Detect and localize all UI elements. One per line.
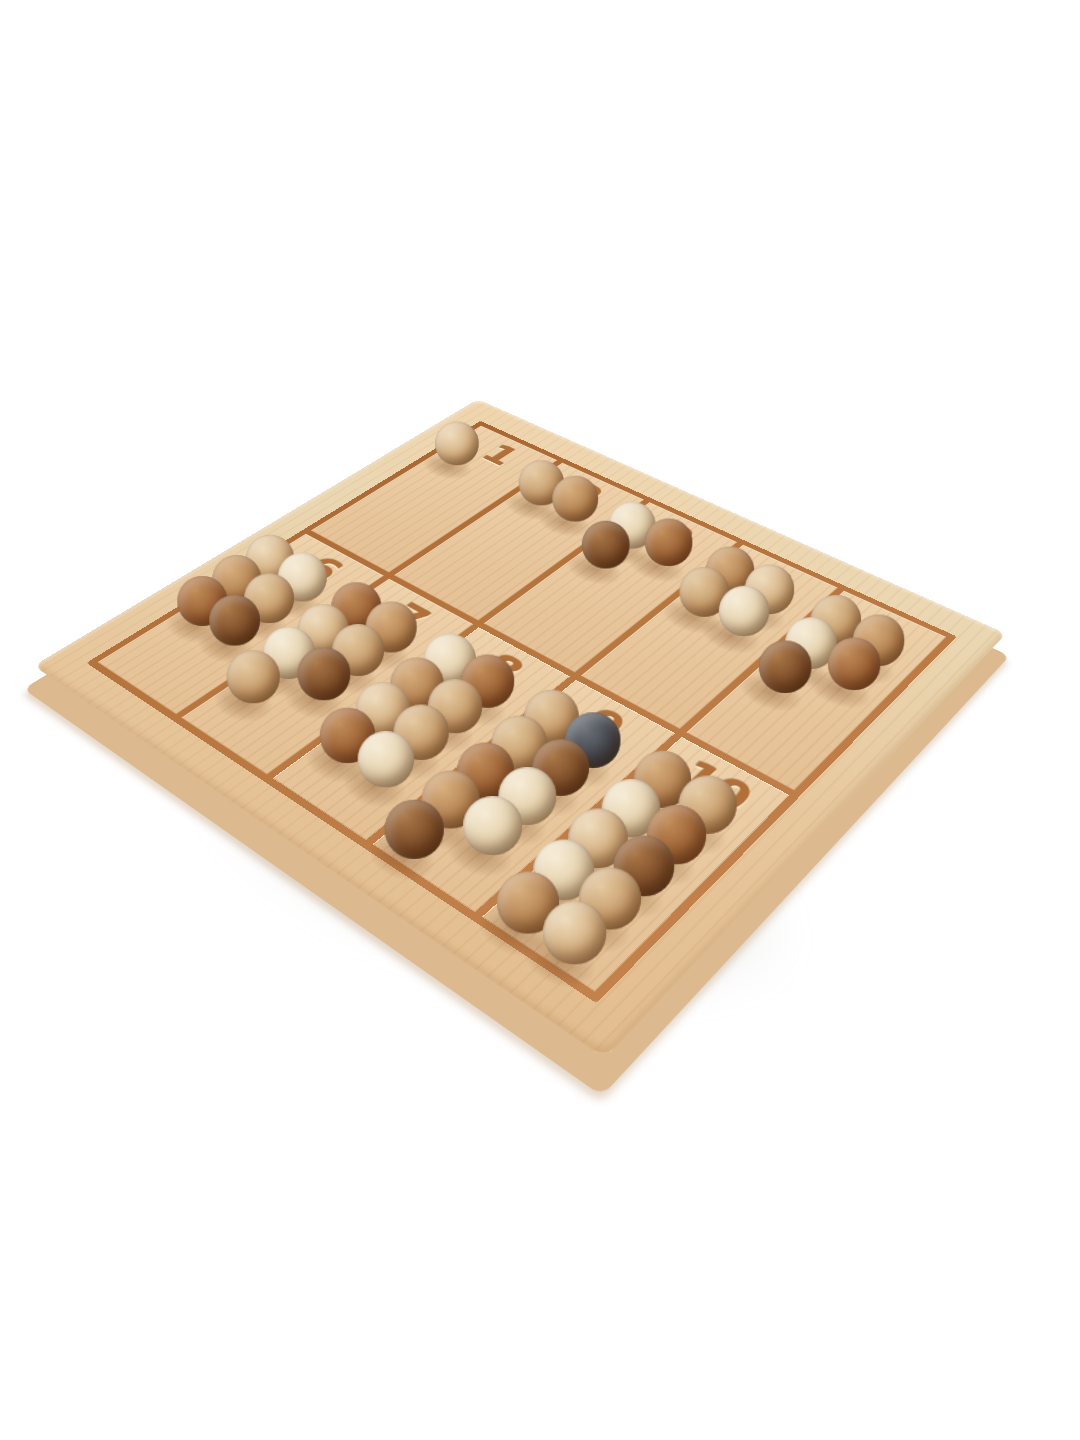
product-photo-scene: 12345678910 — [0, 0, 1080, 1440]
ball-sphere — [759, 640, 812, 693]
ball-sphere — [582, 521, 630, 569]
ball-sphere — [385, 800, 444, 859]
ball-sphere — [828, 638, 881, 691]
ball-sphere — [645, 518, 693, 566]
ball-sphere — [435, 422, 479, 466]
ball-sphere — [719, 586, 770, 637]
ball-sphere — [358, 731, 415, 788]
ball-sphere — [552, 476, 598, 522]
ball-sphere — [209, 595, 260, 646]
ball-sphere — [297, 647, 350, 700]
ball-sphere — [463, 796, 522, 855]
ball-sphere — [543, 901, 607, 965]
ball-sphere — [227, 650, 280, 703]
